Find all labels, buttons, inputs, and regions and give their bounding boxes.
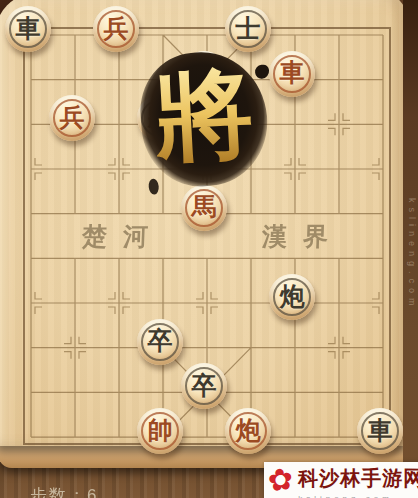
- game-screen: 楚河 漢界 車兵士士車兵將馬炮卒卒帥炮車 將 步数：6 ✿ 科沙林手游网 ksl…: [0, 0, 418, 498]
- piece-red[interactable]: 炮: [225, 408, 271, 454]
- side-watermark-url: kslineng.com: [407, 198, 417, 311]
- piece-glyph: 炮: [280, 284, 305, 309]
- piece-black[interactable]: 車: [5, 6, 51, 52]
- piece-glyph: 帥: [148, 418, 173, 443]
- piece-red[interactable]: 兵: [49, 95, 95, 141]
- watermark-site-url: kslineng.com: [298, 494, 418, 498]
- watermark-site-name: 科沙林手游网: [298, 465, 418, 492]
- piece-glyph: 士: [236, 16, 261, 41]
- piece-glyph: 車: [368, 418, 393, 443]
- piece-glyph: 車: [280, 60, 305, 85]
- piece-glyph: 兵: [60, 105, 85, 130]
- piece-red[interactable]: 帥: [137, 408, 183, 454]
- river-label-chu: 楚河: [81, 220, 164, 253]
- check-glyph: 將: [152, 49, 257, 186]
- piece-black[interactable]: 車: [357, 408, 403, 454]
- piece-red[interactable]: 車: [269, 51, 315, 97]
- watermark-card: ✿ 科沙林手游网 kslineng.com: [264, 462, 418, 498]
- flower-icon: ✿: [266, 463, 295, 496]
- piece-glyph: 卒: [148, 328, 173, 353]
- piece-glyph: 卒: [192, 373, 217, 398]
- piece-black[interactable]: 卒: [137, 319, 183, 365]
- piece-black[interactable]: 士: [225, 6, 271, 52]
- piece-red[interactable]: 兵: [93, 6, 139, 52]
- piece-red[interactable]: 馬: [181, 185, 227, 231]
- piece-glyph: 車: [16, 16, 41, 41]
- piece-glyph: 馬: [192, 194, 217, 219]
- steps-counter: 步数：6: [30, 484, 98, 498]
- piece-black[interactable]: 炮: [269, 274, 315, 320]
- piece-glyph: 炮: [236, 418, 261, 443]
- river-label-han: 漢界: [261, 220, 344, 253]
- piece-glyph: 兵: [104, 16, 129, 41]
